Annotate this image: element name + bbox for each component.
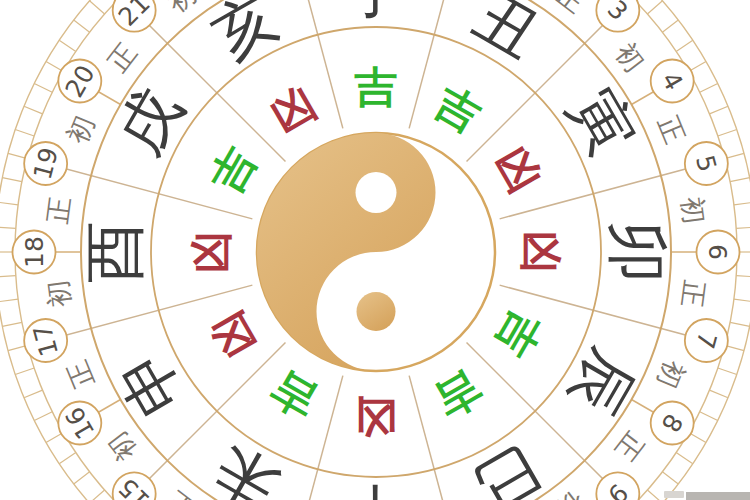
yinyang-white-dot bbox=[356, 172, 397, 213]
hour-number: 6 bbox=[703, 244, 732, 260]
tick bbox=[34, 412, 52, 421]
branch-glyph: 卯 bbox=[601, 221, 674, 283]
tick bbox=[24, 390, 42, 398]
tick bbox=[676, 40, 693, 51]
tick bbox=[90, 1, 105, 14]
half-hour-label-zheng: 正 bbox=[551, 0, 591, 19]
watermark-text bbox=[664, 491, 684, 498]
tick bbox=[0, 202, 18, 205]
luck-glyph: 吉 bbox=[262, 362, 325, 427]
branch-glyph: 辰 bbox=[556, 338, 650, 428]
tick bbox=[59, 40, 76, 51]
tick bbox=[736, 227, 750, 228]
half-hour-label-chu: 初 bbox=[609, 37, 650, 77]
tick bbox=[15, 368, 34, 374]
tick bbox=[647, 490, 662, 500]
tick bbox=[647, 1, 662, 14]
tick bbox=[34, 83, 52, 92]
tick bbox=[676, 453, 693, 464]
branch-glyph: 戌 bbox=[102, 76, 196, 166]
tick bbox=[0, 276, 16, 277]
tick bbox=[90, 490, 105, 500]
wheel-svg: 2324初正子吉12初正丑吉34初正寅凶56初正卯凶78初正辰吉910初正巳吉1… bbox=[0, 0, 750, 500]
half-hour-label-chu: 初 bbox=[61, 111, 100, 148]
tick bbox=[734, 299, 750, 302]
branch-glyph: 亥 bbox=[200, 0, 290, 72]
half-hour-label-zheng: 正 bbox=[609, 427, 650, 467]
half-hour-label-chu: 初 bbox=[652, 356, 691, 393]
luck-glyph: 凶 bbox=[516, 231, 566, 274]
half-hour-label-chu: 初 bbox=[161, 0, 201, 19]
luck-glyph: 凶 bbox=[186, 231, 236, 274]
luck-glyph: 凶 bbox=[486, 138, 551, 200]
tick bbox=[24, 106, 42, 114]
tick bbox=[2, 178, 22, 182]
tick bbox=[730, 178, 750, 182]
hour-number: 18 bbox=[20, 236, 49, 268]
tick bbox=[710, 106, 728, 114]
tick bbox=[15, 130, 34, 136]
tick bbox=[718, 130, 737, 136]
luck-glyph: 吉 bbox=[354, 62, 398, 112]
half-hour-label-zheng: 正 bbox=[102, 37, 143, 77]
tick bbox=[736, 276, 750, 277]
branch-glyph: 申 bbox=[102, 338, 196, 428]
tick bbox=[700, 412, 718, 421]
yinyang-symbol bbox=[257, 133, 495, 371]
half-hour-label-zheng: 正 bbox=[42, 195, 76, 226]
branch-glyph: 未 bbox=[200, 432, 290, 500]
luck-glyph: 吉 bbox=[200, 138, 265, 201]
half-hour-label-chu: 初 bbox=[102, 427, 143, 467]
branch-glyph: 午 bbox=[345, 477, 407, 500]
luck-glyph: 吉 bbox=[486, 302, 551, 365]
tick bbox=[0, 299, 18, 302]
tick bbox=[734, 202, 750, 205]
half-hour-label-zheng: 正 bbox=[61, 356, 100, 393]
yinyang-gold-dot bbox=[357, 292, 396, 331]
luck-glyph: 凶 bbox=[201, 303, 266, 365]
tick bbox=[0, 227, 16, 228]
branch-glyph: 酉 bbox=[78, 221, 151, 283]
luck-glyph: 凶 bbox=[355, 392, 398, 442]
tick bbox=[700, 83, 718, 92]
half-hour-label-zheng: 正 bbox=[161, 485, 201, 500]
half-hour-label-chu: 初 bbox=[551, 485, 591, 500]
tick bbox=[662, 20, 678, 32]
tick bbox=[2, 322, 22, 326]
tick bbox=[59, 453, 76, 464]
tick bbox=[74, 472, 90, 484]
tick bbox=[74, 20, 90, 32]
tick bbox=[662, 472, 678, 484]
half-hour-label-chu: 初 bbox=[676, 195, 710, 226]
branch-glyph: 丑 bbox=[462, 0, 552, 72]
half-hour-label-chu: 初 bbox=[42, 278, 76, 309]
luck-glyph: 凶 bbox=[262, 77, 324, 142]
zodiac-wheel: 2324初正子吉12初正丑吉34初正寅凶56初正卯凶78初正辰吉910初正巳吉1… bbox=[0, 0, 750, 500]
branch-glyph: 子 bbox=[345, 0, 407, 27]
tick bbox=[730, 322, 750, 326]
tick bbox=[718, 368, 737, 374]
branch-glyph: 巳 bbox=[462, 432, 552, 500]
tick bbox=[710, 390, 728, 398]
half-hour-label-zheng: 正 bbox=[676, 278, 710, 309]
branch-glyph: 寅 bbox=[556, 76, 650, 166]
half-hour-label-zheng: 正 bbox=[652, 111, 691, 148]
luck-glyph: 吉 bbox=[426, 76, 489, 141]
watermark-bar bbox=[686, 492, 750, 500]
luck-glyph: 吉 bbox=[427, 362, 490, 427]
